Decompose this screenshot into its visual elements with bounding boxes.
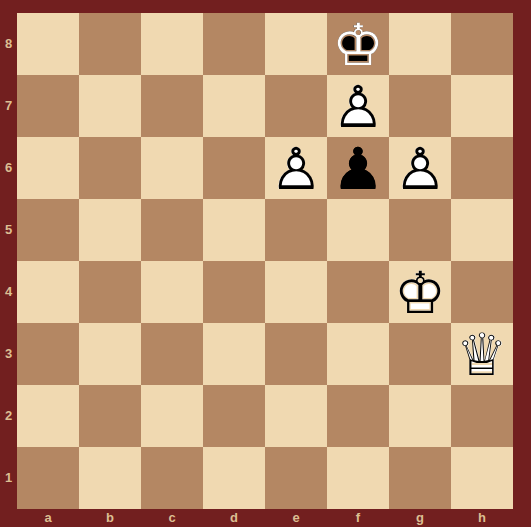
square-f8[interactable]: ♚♔ (327, 13, 389, 75)
square-c6[interactable] (141, 137, 203, 199)
square-f5[interactable] (327, 199, 389, 261)
square-f6[interactable]: ♟♙ (327, 137, 389, 199)
black-king-outline: ♔ (327, 13, 389, 75)
square-e8[interactable] (265, 13, 327, 75)
square-h4[interactable] (451, 261, 513, 323)
square-g8[interactable] (389, 13, 451, 75)
square-a1[interactable] (17, 447, 79, 509)
rank-label-5: 5 (0, 199, 17, 261)
white-queen[interactable]: ♛♕ (451, 323, 513, 385)
white-pawn-outline: ♙ (389, 137, 451, 199)
white-pawn-outline: ♙ (265, 137, 327, 199)
chess-board: ♚♔♟♙♟♙♟♙♟♙♚♔♛♕ (17, 13, 513, 509)
square-a6[interactable] (17, 137, 79, 199)
square-b6[interactable] (79, 137, 141, 199)
square-e4[interactable] (265, 261, 327, 323)
square-a4[interactable] (17, 261, 79, 323)
rank-label-6: 6 (0, 137, 17, 199)
square-c4[interactable] (141, 261, 203, 323)
white-queen-outline: ♕ (451, 323, 513, 385)
square-h1[interactable] (451, 447, 513, 509)
square-e6[interactable]: ♟♙ (265, 137, 327, 199)
white-pawn[interactable]: ♟♙ (327, 75, 389, 137)
square-d8[interactable] (203, 13, 265, 75)
square-e3[interactable] (265, 323, 327, 385)
square-e7[interactable] (265, 75, 327, 137)
square-g1[interactable] (389, 447, 451, 509)
square-g4[interactable]: ♚♔ (389, 261, 451, 323)
square-c3[interactable] (141, 323, 203, 385)
square-f2[interactable] (327, 385, 389, 447)
black-pawn[interactable]: ♟♙ (327, 137, 389, 199)
file-label-f: f (327, 509, 389, 527)
file-label-d: d (203, 509, 265, 527)
square-c5[interactable] (141, 199, 203, 261)
square-c8[interactable] (141, 13, 203, 75)
square-f7[interactable]: ♟♙ (327, 75, 389, 137)
square-g7[interactable] (389, 75, 451, 137)
square-h2[interactable] (451, 385, 513, 447)
white-pawn-outline: ♙ (327, 75, 389, 137)
square-d5[interactable] (203, 199, 265, 261)
square-d4[interactable] (203, 261, 265, 323)
file-label-b: b (79, 509, 141, 527)
square-b8[interactable] (79, 13, 141, 75)
square-e1[interactable] (265, 447, 327, 509)
white-pawn[interactable]: ♟♙ (389, 137, 451, 199)
square-f1[interactable] (327, 447, 389, 509)
square-c2[interactable] (141, 385, 203, 447)
square-h7[interactable] (451, 75, 513, 137)
square-b3[interactable] (79, 323, 141, 385)
square-g5[interactable] (389, 199, 451, 261)
square-b2[interactable] (79, 385, 141, 447)
square-d3[interactable] (203, 323, 265, 385)
square-c7[interactable] (141, 75, 203, 137)
square-g6[interactable]: ♟♙ (389, 137, 451, 199)
rank-label-1: 1 (0, 447, 17, 509)
square-b5[interactable] (79, 199, 141, 261)
white-king[interactable]: ♚♔ (389, 261, 451, 323)
square-b7[interactable] (79, 75, 141, 137)
square-c1[interactable] (141, 447, 203, 509)
square-a8[interactable] (17, 13, 79, 75)
square-a7[interactable] (17, 75, 79, 137)
square-h6[interactable] (451, 137, 513, 199)
square-h5[interactable] (451, 199, 513, 261)
square-b1[interactable] (79, 447, 141, 509)
file-label-c: c (141, 509, 203, 527)
square-e5[interactable] (265, 199, 327, 261)
square-a5[interactable] (17, 199, 79, 261)
file-label-h: h (451, 509, 513, 527)
square-h8[interactable] (451, 13, 513, 75)
square-a3[interactable] (17, 323, 79, 385)
square-d6[interactable] (203, 137, 265, 199)
rank-label-4: 4 (0, 261, 17, 323)
square-e2[interactable] (265, 385, 327, 447)
square-h3[interactable]: ♛♕ (451, 323, 513, 385)
square-g3[interactable] (389, 323, 451, 385)
square-b4[interactable] (79, 261, 141, 323)
rank-label-7: 7 (0, 75, 17, 137)
black-king[interactable]: ♚♔ (327, 13, 389, 75)
square-d2[interactable] (203, 385, 265, 447)
square-f3[interactable] (327, 323, 389, 385)
square-g2[interactable] (389, 385, 451, 447)
rank-label-3: 3 (0, 323, 17, 385)
square-d1[interactable] (203, 447, 265, 509)
file-label-e: e (265, 509, 327, 527)
square-a2[interactable] (17, 385, 79, 447)
rank-label-8: 8 (0, 13, 17, 75)
black-pawn-outline: ♙ (327, 137, 389, 199)
chess-board-container: ♚♔♟♙♟♙♟♙♟♙♚♔♛♕ 87654321abcdefgh (0, 0, 531, 527)
white-pawn[interactable]: ♟♙ (265, 137, 327, 199)
file-label-g: g (389, 509, 451, 527)
square-d7[interactable] (203, 75, 265, 137)
white-king-outline: ♔ (389, 261, 451, 323)
file-label-a: a (17, 509, 79, 527)
rank-label-2: 2 (0, 385, 17, 447)
square-f4[interactable] (327, 261, 389, 323)
